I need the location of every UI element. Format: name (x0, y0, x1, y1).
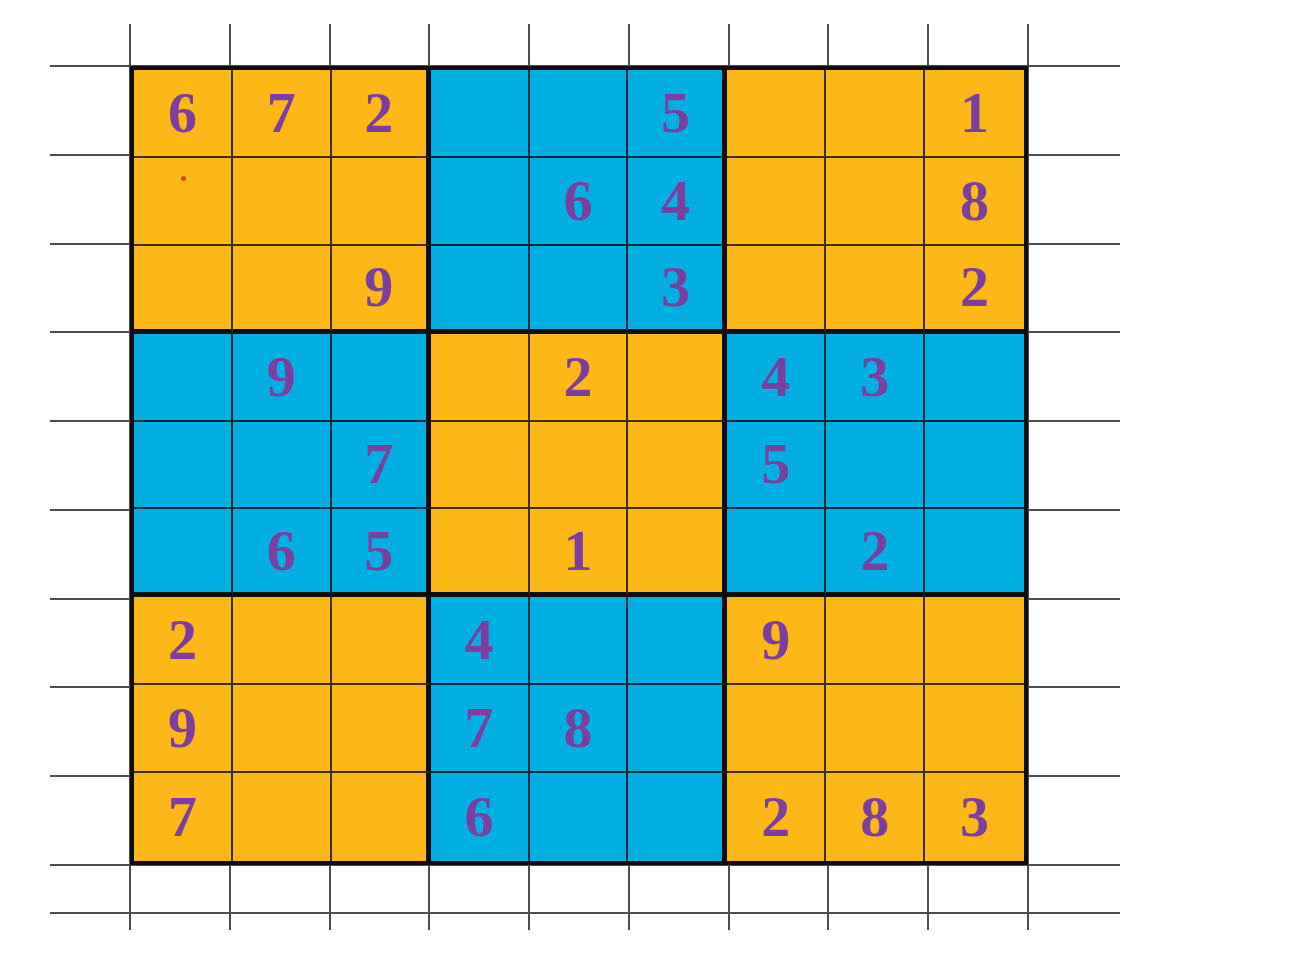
cell-r6c7[interactable] (727, 509, 826, 597)
cell-r9c5[interactable] (530, 773, 629, 861)
given-digit: 3 (860, 348, 889, 406)
given-digit: 4 (465, 611, 494, 669)
given-digit: 7 (364, 435, 393, 493)
given-digit: 6 (267, 522, 296, 580)
given-digit: 9 (761, 611, 790, 669)
cell-r1c8[interactable] (826, 70, 925, 158)
cell-r4c4[interactable] (431, 334, 530, 422)
given-digit: 8 (960, 172, 989, 230)
cell-r9c7[interactable]: 2 (727, 773, 826, 861)
given-digit: 2 (761, 788, 790, 846)
cell-r6c8[interactable]: 2 (826, 509, 925, 597)
cell-r8c5[interactable]: 8 (530, 685, 629, 773)
given-digit: 2 (563, 348, 592, 406)
cell-r1c4[interactable] (431, 70, 530, 158)
given-digit: 1 (563, 522, 592, 580)
given-digit: 6 (563, 172, 592, 230)
cell-r8c8[interactable] (826, 685, 925, 773)
cell-r3c2[interactable] (233, 246, 332, 334)
cell-r9c3[interactable] (332, 773, 431, 861)
cell-r5c6[interactable] (628, 422, 727, 510)
cell-r9c9[interactable]: 3 (925, 773, 1024, 861)
cell-r7c9[interactable] (925, 597, 1024, 685)
cell-r9c8[interactable]: 8 (826, 773, 925, 861)
cell-r2c4[interactable] (431, 158, 530, 246)
cell-r8c2[interactable] (233, 685, 332, 773)
cell-r6c3[interactable]: 5 (332, 509, 431, 597)
given-digit: 7 (168, 788, 197, 846)
graph-paper-line (50, 912, 1120, 914)
cell-r8c6[interactable] (628, 685, 727, 773)
cell-r8c4[interactable]: 7 (431, 685, 530, 773)
given-digit: 9 (267, 348, 296, 406)
sudoku-board: 67251648932924375651224997876283 (130, 66, 1028, 865)
cell-r4c3[interactable] (332, 334, 431, 422)
cell-r5c2[interactable] (233, 422, 332, 510)
cell-r6c6[interactable] (628, 509, 727, 597)
cell-r9c2[interactable] (233, 773, 332, 861)
cell-r5c1[interactable] (134, 422, 233, 510)
cell-r3c7[interactable] (727, 246, 826, 334)
given-digit: 1 (960, 84, 989, 142)
given-digit: 6 (168, 84, 197, 142)
given-digit: 3 (661, 258, 690, 316)
cell-r4c6[interactable] (628, 334, 727, 422)
cell-r3c6[interactable]: 3 (628, 246, 727, 334)
cell-r8c9[interactable] (925, 685, 1024, 773)
given-digit: 8 (860, 788, 889, 846)
given-digit: 9 (364, 258, 393, 316)
given-digit: 5 (661, 84, 690, 142)
cell-r2c8[interactable] (826, 158, 925, 246)
cell-r6c5[interactable]: 1 (530, 509, 629, 597)
given-digit: 7 (465, 699, 494, 757)
cell-r2c6[interactable]: 4 (628, 158, 727, 246)
cell-r5c4[interactable] (431, 422, 530, 510)
cell-r5c3[interactable]: 7 (332, 422, 431, 510)
cell-r9c4[interactable]: 6 (431, 773, 530, 861)
given-digit: 8 (563, 699, 592, 757)
given-digit: 2 (364, 84, 393, 142)
given-digit: 5 (364, 522, 393, 580)
given-digit: 4 (661, 172, 690, 230)
cell-r6c4[interactable] (431, 509, 530, 597)
cell-r9c6[interactable] (628, 773, 727, 861)
cell-r5c9[interactable] (925, 422, 1024, 510)
given-digit: 2 (168, 611, 197, 669)
cell-r2c2[interactable] (233, 158, 332, 246)
given-digit: 5 (761, 435, 790, 493)
cell-r5c7[interactable]: 5 (727, 422, 826, 510)
cell-r3c4[interactable] (431, 246, 530, 334)
cell-r7c2[interactable] (233, 597, 332, 685)
cell-r4c9[interactable] (925, 334, 1024, 422)
given-digit: 4 (761, 348, 790, 406)
cell-r8c1[interactable]: 9 (134, 685, 233, 773)
given-digit: 7 (267, 84, 296, 142)
cell-r4c2[interactable]: 9 (233, 334, 332, 422)
cell-r1c5[interactable] (530, 70, 629, 158)
cell-r7c5[interactable] (530, 597, 629, 685)
cell-r2c7[interactable] (727, 158, 826, 246)
cell-r3c3[interactable]: 9 (332, 246, 431, 334)
cell-r2c3[interactable] (332, 158, 431, 246)
cell-r6c9[interactable] (925, 509, 1024, 597)
cell-r2c9[interactable]: 8 (925, 158, 1024, 246)
cell-r1c7[interactable] (727, 70, 826, 158)
cell-r7c1[interactable]: 2 (134, 597, 233, 685)
cell-r1c3[interactable]: 2 (332, 70, 431, 158)
cell-r4c7[interactable]: 4 (727, 334, 826, 422)
page: 67251648932924375651224997876283 (0, 0, 1306, 979)
cell-r3c1[interactable] (134, 246, 233, 334)
cell-r8c3[interactable] (332, 685, 431, 773)
cell-r1c6[interactable]: 5 (628, 70, 727, 158)
cell-r3c8[interactable] (826, 246, 925, 334)
cell-r8c7[interactable] (727, 685, 826, 773)
cell-r7c4[interactable]: 4 (431, 597, 530, 685)
cell-r5c8[interactable] (826, 422, 925, 510)
cell-r1c1[interactable]: 6 (134, 70, 233, 158)
cell-r7c7[interactable]: 9 (727, 597, 826, 685)
given-digit: 2 (860, 522, 889, 580)
cell-r2c1[interactable] (134, 158, 233, 246)
cell-r5c5[interactable] (530, 422, 629, 510)
cell-r6c1[interactable] (134, 509, 233, 597)
artifact-dot (181, 176, 186, 181)
cell-r4c5[interactable]: 2 (530, 334, 629, 422)
given-digit: 3 (960, 788, 989, 846)
cell-r4c8[interactable]: 3 (826, 334, 925, 422)
given-digit: 2 (960, 258, 989, 316)
cell-r2c5[interactable]: 6 (530, 158, 629, 246)
cell-r7c8[interactable] (826, 597, 925, 685)
cell-r4c1[interactable] (134, 334, 233, 422)
cell-r6c2[interactable]: 6 (233, 509, 332, 597)
cell-r1c2[interactable]: 7 (233, 70, 332, 158)
cell-r9c1[interactable]: 7 (134, 773, 233, 861)
cell-r3c9[interactable]: 2 (925, 246, 1024, 334)
given-digit: 9 (168, 699, 197, 757)
cell-r7c6[interactable] (628, 597, 727, 685)
given-digit: 6 (465, 788, 494, 846)
cell-r7c3[interactable] (332, 597, 431, 685)
cell-r3c5[interactable] (530, 246, 629, 334)
cell-r1c9[interactable]: 1 (925, 70, 1024, 158)
